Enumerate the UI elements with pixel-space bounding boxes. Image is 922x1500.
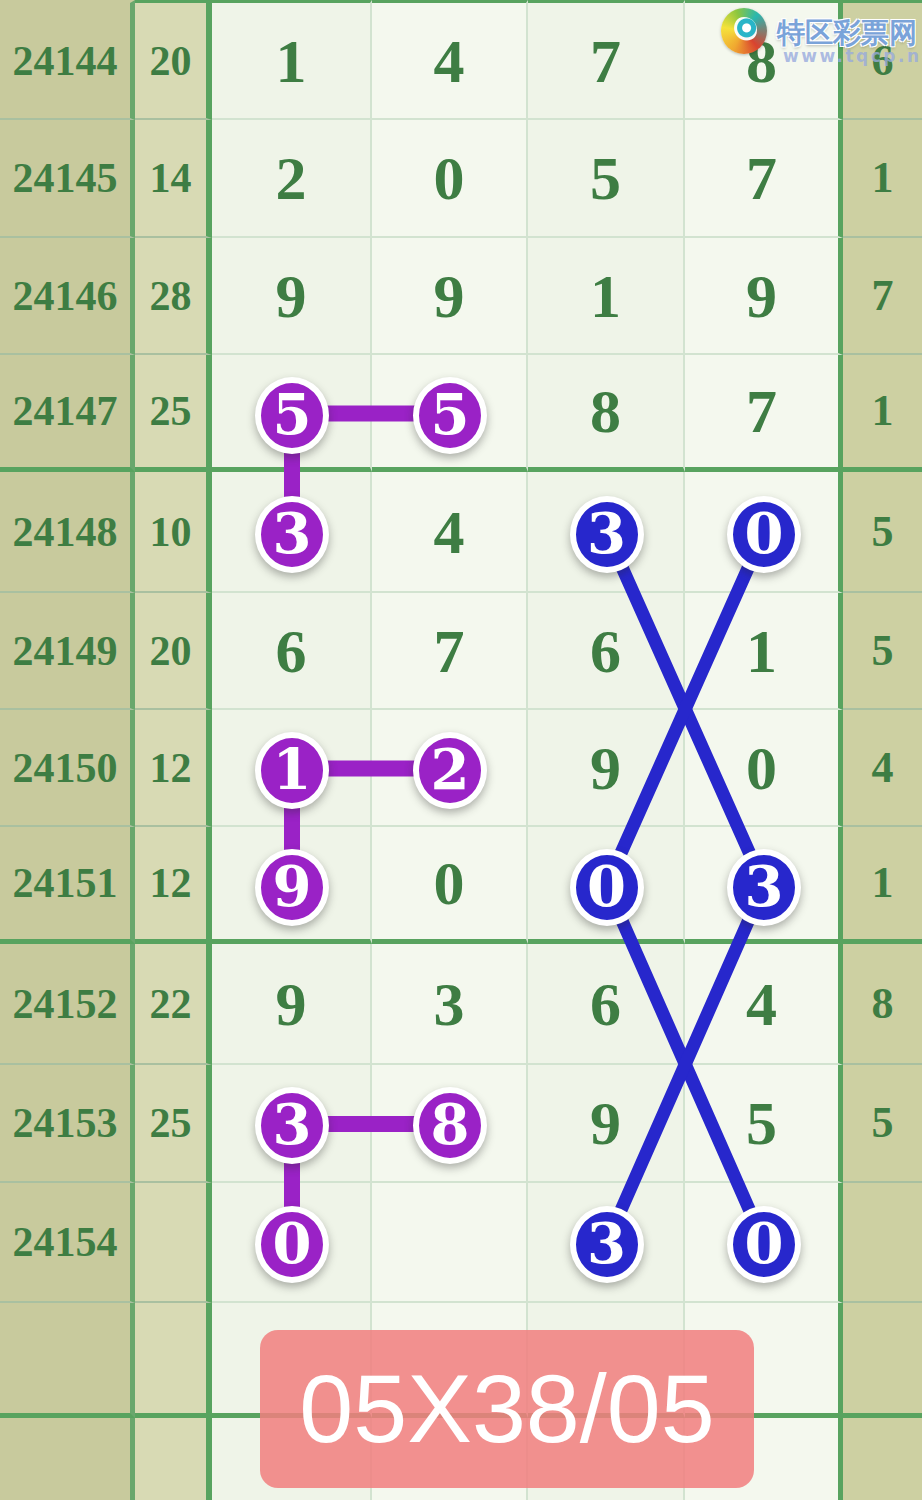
cell-24148-tail: 5	[843, 472, 922, 593]
cell-24152-d1: 9	[212, 944, 372, 1065]
cell-24145-sum: 14	[135, 120, 212, 238]
purple-circled-digit: 5	[413, 377, 487, 454]
cell-24152-sum: 22	[135, 944, 212, 1065]
cell-24152-d2: 3	[372, 944, 528, 1065]
cell-24145-d3: 5	[528, 120, 685, 238]
cell-24146-tail: 7	[843, 238, 922, 355]
purple-circled-digit: 3	[255, 496, 329, 573]
cell-24145-d1: 2	[212, 120, 372, 238]
cell-filler11-sum	[135, 1303, 212, 1418]
cell-24145-tail: 1	[843, 120, 922, 238]
prediction-code-sticker: 05X38/05	[260, 1330, 754, 1488]
cell-filler11-period	[0, 1303, 135, 1418]
cell-24144-d1: 1	[212, 0, 372, 120]
cell-24152-d3: 6	[528, 944, 685, 1065]
cell-24153-d3: 9	[528, 1065, 685, 1183]
cell-24149-d4: 1	[685, 593, 843, 710]
blue-circled-digit: 3	[570, 496, 644, 573]
cell-24146-d1: 9	[212, 238, 372, 355]
blue-circled-digit: 0	[727, 496, 801, 573]
blue-circled-digit: 3	[727, 849, 801, 926]
cell-24149-d3: 6	[528, 593, 685, 710]
purple-circled-digit: 3	[255, 1087, 329, 1164]
cell-24150-d3: 9	[528, 710, 685, 827]
cell-24147-d3: 8	[528, 355, 685, 472]
cell-24145-d2: 0	[372, 120, 528, 238]
cell-24151-period: 24151	[0, 827, 135, 944]
cell-24150-tail: 4	[843, 710, 922, 827]
cell-24146-period: 24146	[0, 238, 135, 355]
cell-24152-d4: 4	[685, 944, 843, 1065]
cell-24154-tail	[843, 1183, 922, 1303]
cell-24149-sum: 20	[135, 593, 212, 710]
cell-24148-period: 24148	[0, 472, 135, 593]
cell-24147-tail: 1	[843, 355, 922, 472]
cell-24145-d4: 7	[685, 120, 843, 238]
cell-24153-period: 24153	[0, 1065, 135, 1183]
blue-circled-digit: 0	[727, 1206, 801, 1283]
purple-circled-digit: 5	[255, 377, 329, 454]
cell-24152-period: 24152	[0, 944, 135, 1065]
blue-circled-digit: 3	[570, 1206, 644, 1283]
cell-24149-tail: 5	[843, 593, 922, 710]
cell-filler12-tail	[843, 1418, 922, 1500]
purple-circled-digit: 2	[413, 732, 487, 809]
cell-24147-sum: 25	[135, 355, 212, 472]
cell-24148-sum: 10	[135, 472, 212, 593]
cell-24150-sum: 12	[135, 710, 212, 827]
cell-24146-sum: 28	[135, 238, 212, 355]
cell-24150-d4: 0	[685, 710, 843, 827]
cell-24151-d2: 0	[372, 827, 528, 944]
cell-24153-d4: 5	[685, 1065, 843, 1183]
cell-24151-sum: 12	[135, 827, 212, 944]
cell-24154-period: 24154	[0, 1183, 135, 1303]
cell-24154-sum	[135, 1183, 212, 1303]
cell-24149-d2: 7	[372, 593, 528, 710]
cell-24144-d3: 7	[528, 0, 685, 120]
cell-24146-d2: 9	[372, 238, 528, 355]
cell-24150-period: 24150	[0, 710, 135, 827]
cell-24144-period: 24144	[0, 0, 135, 120]
cell-24144-sum: 20	[135, 0, 212, 120]
cell-24151-tail: 1	[843, 827, 922, 944]
cell-24145-period: 24145	[0, 120, 135, 238]
cell-filler12-sum	[135, 1418, 212, 1500]
cell-filler12-period	[0, 1418, 135, 1500]
purple-circled-digit: 1	[255, 732, 329, 809]
prediction-code: 05X38/05	[299, 1353, 714, 1465]
purple-circled-digit: 9	[255, 849, 329, 926]
cell-24153-tail: 5	[843, 1065, 922, 1183]
cell-24152-tail: 8	[843, 944, 922, 1065]
cell-24144-d4: 8	[685, 0, 843, 120]
cell-filler11-tail	[843, 1303, 922, 1418]
cell-24154-d2	[372, 1183, 528, 1303]
cell-24147-d4: 7	[685, 355, 843, 472]
cell-24144-tail: 6	[843, 0, 922, 120]
purple-circled-digit: 0	[255, 1206, 329, 1283]
lottery-trend-board: 2414420147862414514205712414628991972414…	[0, 0, 922, 1500]
cell-24144-d2: 4	[372, 0, 528, 120]
cell-24146-d3: 1	[528, 238, 685, 355]
cell-24149-period: 24149	[0, 593, 135, 710]
cell-24146-d4: 9	[685, 238, 843, 355]
purple-circled-digit: 8	[413, 1087, 487, 1164]
cell-24149-d1: 6	[212, 593, 372, 710]
cell-24147-period: 24147	[0, 355, 135, 472]
cell-24148-d2: 4	[372, 472, 528, 593]
blue-circled-digit: 0	[570, 849, 644, 926]
cell-24153-sum: 25	[135, 1065, 212, 1183]
